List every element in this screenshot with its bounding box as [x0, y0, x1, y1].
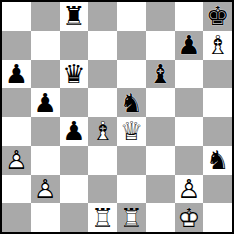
square-b4[interactable]: [31, 117, 60, 146]
black-pawn: ♟: [175, 31, 204, 60]
square-e7[interactable]: [117, 31, 146, 60]
chessboard-frame: ♜♚♟♝♗♟♛♝♟♞♟♝♗♛♕♟♙♞♟♙♟♙♜♖♜♖♚♔: [0, 0, 234, 234]
square-b5[interactable]: ♟: [31, 88, 60, 117]
square-a5[interactable]: [2, 88, 31, 117]
square-a1[interactable]: [2, 203, 31, 232]
square-h6[interactable]: [203, 60, 232, 89]
square-b8[interactable]: [31, 2, 60, 31]
square-d4[interactable]: ♝♗: [88, 117, 117, 146]
white-bishop: ♝♗: [203, 31, 232, 60]
square-d1[interactable]: ♜♖: [88, 203, 117, 232]
square-c7[interactable]: [60, 31, 89, 60]
square-g2[interactable]: ♟♙: [175, 175, 204, 204]
white-queen-outline-glyph: ♕: [117, 117, 146, 146]
square-f4[interactable]: [146, 117, 175, 146]
square-h7[interactable]: ♝♗: [203, 31, 232, 60]
square-g5[interactable]: [175, 88, 204, 117]
square-g1[interactable]: ♚♔: [175, 203, 204, 232]
square-c1[interactable]: [60, 203, 89, 232]
white-rook: ♜♖: [117, 203, 146, 232]
square-e4[interactable]: ♛♕: [117, 117, 146, 146]
square-d5[interactable]: [88, 88, 117, 117]
square-h2[interactable]: [203, 175, 232, 204]
black-pawn: ♟: [31, 88, 60, 117]
chessboard: ♜♚♟♝♗♟♛♝♟♞♟♝♗♛♕♟♙♞♟♙♟♙♜♖♜♖♚♔: [2, 2, 232, 232]
square-f5[interactable]: [146, 88, 175, 117]
square-a7[interactable]: [2, 31, 31, 60]
square-h4[interactable]: [203, 117, 232, 146]
square-b7[interactable]: [31, 31, 60, 60]
square-f1[interactable]: [146, 203, 175, 232]
square-b1[interactable]: [31, 203, 60, 232]
black-bishop-glyph: ♝: [146, 60, 175, 89]
square-c3[interactable]: [60, 146, 89, 175]
square-e1[interactable]: ♜♖: [117, 203, 146, 232]
square-g8[interactable]: [175, 2, 204, 31]
square-d3[interactable]: [88, 146, 117, 175]
black-knight: ♞: [117, 88, 146, 117]
square-f2[interactable]: [146, 175, 175, 204]
black-pawn-glyph: ♟: [31, 88, 60, 117]
black-queen-glyph: ♛: [60, 60, 89, 89]
white-king: ♚♔: [175, 203, 204, 232]
square-f7[interactable]: [146, 31, 175, 60]
white-rook-outline-glyph: ♖: [117, 203, 146, 232]
square-g4[interactable]: [175, 117, 204, 146]
square-a6[interactable]: ♟: [2, 60, 31, 89]
white-pawn-outline-glyph: ♙: [2, 146, 31, 175]
black-king: ♚: [203, 2, 232, 31]
black-knight-glyph: ♞: [117, 88, 146, 117]
square-g6[interactable]: [175, 60, 204, 89]
square-h3[interactable]: ♞: [203, 146, 232, 175]
black-queen: ♛: [60, 60, 89, 89]
white-pawn: ♟♙: [175, 175, 204, 204]
square-f8[interactable]: [146, 2, 175, 31]
square-a8[interactable]: [2, 2, 31, 31]
square-a3[interactable]: ♟♙: [2, 146, 31, 175]
white-pawn-outline-glyph: ♙: [175, 175, 204, 204]
square-e2[interactable]: [117, 175, 146, 204]
square-a2[interactable]: [2, 175, 31, 204]
square-h1[interactable]: [203, 203, 232, 232]
black-pawn-glyph: ♟: [2, 60, 31, 89]
square-d8[interactable]: [88, 2, 117, 31]
square-d7[interactable]: [88, 31, 117, 60]
square-c2[interactable]: [60, 175, 89, 204]
square-b6[interactable]: [31, 60, 60, 89]
square-d6[interactable]: [88, 60, 117, 89]
square-f6[interactable]: ♝: [146, 60, 175, 89]
black-pawn-glyph: ♟: [175, 31, 204, 60]
white-rook-outline-glyph: ♖: [88, 203, 117, 232]
black-king-glyph: ♚: [203, 2, 232, 31]
square-f3[interactable]: [146, 146, 175, 175]
square-c5[interactable]: [60, 88, 89, 117]
white-bishop: ♝♗: [88, 117, 117, 146]
square-e6[interactable]: [117, 60, 146, 89]
square-b3[interactable]: [31, 146, 60, 175]
square-a4[interactable]: [2, 117, 31, 146]
white-queen: ♛♕: [117, 117, 146, 146]
black-pawn: ♟: [2, 60, 31, 89]
square-e3[interactable]: [117, 146, 146, 175]
square-c6[interactable]: ♛: [60, 60, 89, 89]
white-bishop-outline-glyph: ♗: [203, 31, 232, 60]
black-bishop: ♝: [146, 60, 175, 89]
black-rook-glyph: ♜: [60, 2, 89, 31]
white-pawn-outline-glyph: ♙: [31, 175, 60, 204]
white-king-outline-glyph: ♔: [175, 203, 204, 232]
white-pawn: ♟♙: [2, 146, 31, 175]
white-rook: ♜♖: [88, 203, 117, 232]
black-pawn: ♟: [60, 117, 89, 146]
square-c8[interactable]: ♜: [60, 2, 89, 31]
black-rook: ♜: [60, 2, 89, 31]
square-b2[interactable]: ♟♙: [31, 175, 60, 204]
black-knight-glyph: ♞: [203, 146, 232, 175]
square-c4[interactable]: ♟: [60, 117, 89, 146]
square-e8[interactable]: [117, 2, 146, 31]
square-d2[interactable]: [88, 175, 117, 204]
black-knight: ♞: [203, 146, 232, 175]
white-pawn: ♟♙: [31, 175, 60, 204]
black-pawn-glyph: ♟: [60, 117, 89, 146]
square-g7[interactable]: ♟: [175, 31, 204, 60]
square-h8[interactable]: ♚: [203, 2, 232, 31]
square-e5[interactable]: ♞: [117, 88, 146, 117]
white-bishop-outline-glyph: ♗: [88, 117, 117, 146]
square-h5[interactable]: [203, 88, 232, 117]
square-g3[interactable]: [175, 146, 204, 175]
